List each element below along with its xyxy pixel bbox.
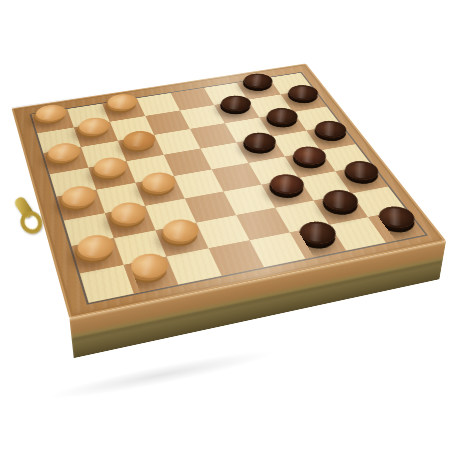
dark-checker-piece[interactable] [373, 204, 420, 231]
light-checker-piece[interactable] [105, 92, 140, 111]
checkers-box [12, 63, 447, 318]
dark-checker-piece[interactable] [240, 72, 276, 90]
square-r8c1[interactable] [79, 265, 133, 303]
dark-checker-piece[interactable] [340, 159, 383, 182]
light-checker-piece[interactable] [34, 103, 69, 123]
light-checker-piece[interactable] [59, 184, 99, 209]
square-r6c8[interactable] [335, 165, 388, 194]
dark-checker-piece[interactable] [289, 144, 331, 166]
product-photo-scene [0, 0, 450, 450]
square-r8c8[interactable] [367, 210, 424, 243]
square-r8c4[interactable] [208, 240, 264, 275]
light-checker-piece[interactable] [127, 251, 172, 281]
